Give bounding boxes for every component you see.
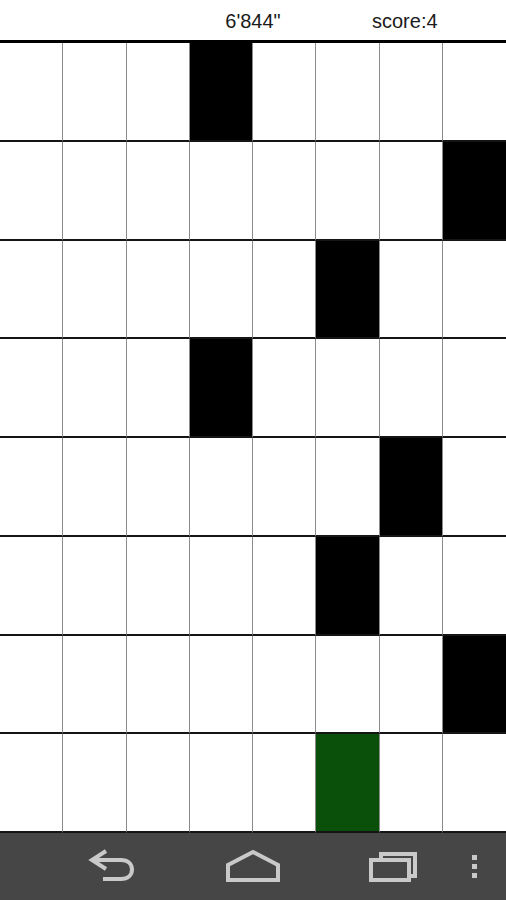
white-tile[interactable] (443, 537, 506, 636)
white-tile[interactable] (127, 636, 190, 735)
white-tile[interactable] (253, 142, 316, 241)
white-tile[interactable] (63, 241, 126, 340)
white-tile[interactable] (190, 734, 253, 833)
white-tile[interactable] (0, 636, 63, 735)
white-tile[interactable] (0, 339, 63, 438)
back-icon (88, 849, 136, 883)
white-tile[interactable] (63, 339, 126, 438)
white-tile[interactable] (0, 734, 63, 833)
white-tile[interactable] (127, 241, 190, 340)
white-tile[interactable] (190, 537, 253, 636)
white-tile[interactable] (0, 537, 63, 636)
white-tile[interactable] (253, 43, 316, 142)
white-tile[interactable] (443, 339, 506, 438)
black-tile[interactable] (316, 537, 379, 636)
white-tile[interactable] (316, 339, 379, 438)
black-tile[interactable] (443, 142, 506, 241)
white-tile[interactable] (380, 43, 443, 142)
white-tile[interactable] (127, 339, 190, 438)
white-tile[interactable] (253, 339, 316, 438)
score-label: score:4 (372, 11, 438, 31)
android-navbar (0, 833, 506, 900)
white-tile[interactable] (316, 142, 379, 241)
white-tile[interactable] (0, 43, 63, 142)
white-tile[interactable] (253, 438, 316, 537)
black-tile[interactable] (316, 241, 379, 340)
white-tile[interactable] (380, 142, 443, 241)
white-tile[interactable] (63, 537, 126, 636)
white-tile[interactable] (443, 734, 506, 833)
white-tile[interactable] (190, 241, 253, 340)
white-tile[interactable] (190, 142, 253, 241)
menu-button[interactable] (471, 855, 478, 879)
black-tile[interactable] (190, 339, 253, 438)
white-tile[interactable] (127, 438, 190, 537)
timer-label: 6'844" (225, 11, 280, 31)
board (0, 40, 506, 833)
black-tile[interactable] (443, 636, 506, 735)
white-tile[interactable] (380, 537, 443, 636)
white-tile[interactable] (316, 636, 379, 735)
home-button[interactable] (226, 850, 280, 882)
white-tile[interactable] (380, 734, 443, 833)
white-tile[interactable] (190, 438, 253, 537)
recents-button[interactable] (369, 852, 417, 882)
menu-overflow-icon (471, 855, 478, 879)
white-tile[interactable] (63, 438, 126, 537)
black-tile[interactable] (380, 438, 443, 537)
white-tile[interactable] (63, 734, 126, 833)
white-tile[interactable] (63, 142, 126, 241)
white-tile[interactable] (127, 142, 190, 241)
white-tile[interactable] (63, 636, 126, 735)
white-tile[interactable] (0, 438, 63, 537)
green-tile[interactable] (316, 734, 379, 833)
white-tile[interactable] (443, 43, 506, 142)
home-icon (226, 850, 280, 882)
white-tile[interactable] (127, 734, 190, 833)
white-tile[interactable] (443, 438, 506, 537)
white-tile[interactable] (63, 43, 126, 142)
white-tile[interactable] (443, 241, 506, 340)
white-tile[interactable] (0, 142, 63, 241)
white-tile[interactable] (0, 241, 63, 340)
white-tile[interactable] (380, 339, 443, 438)
white-tile[interactable] (316, 438, 379, 537)
white-tile[interactable] (253, 241, 316, 340)
white-tile[interactable] (253, 734, 316, 833)
white-tile[interactable] (316, 43, 379, 142)
white-tile[interactable] (380, 241, 443, 340)
white-tile[interactable] (127, 43, 190, 142)
white-tile[interactable] (190, 636, 253, 735)
black-tile[interactable] (190, 43, 253, 142)
back-button[interactable] (88, 849, 136, 883)
white-tile[interactable] (253, 636, 316, 735)
header-bar: 6'844" score:4 (0, 0, 506, 40)
white-tile[interactable] (253, 537, 316, 636)
white-tile[interactable] (127, 537, 190, 636)
recents-icon (369, 852, 417, 882)
white-tile[interactable] (380, 636, 443, 735)
